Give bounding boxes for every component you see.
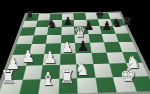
piece-white-p-b2[interactable]: ♟ <box>21 49 35 65</box>
piece-white-k-g1[interactable]: ♚ <box>120 66 136 84</box>
piece-white-n-e2[interactable]: ♞ <box>74 61 89 78</box>
square-h5[interactable] <box>115 33 132 42</box>
piece-black-r-a8[interactable]: ♜ <box>26 11 35 21</box>
piece-white-r-a1[interactable]: ♜ <box>0 68 16 86</box>
piece-black-n-h6[interactable]: ♞ <box>112 17 123 29</box>
piece-black-p-e4[interactable]: ♟ <box>77 39 90 53</box>
piece-white-q-e5[interactable]: ♛ <box>74 25 87 39</box>
piece-black-p-d7[interactable]: ♟ <box>63 16 73 27</box>
piece-white-p-d4[interactable]: ♟ <box>61 40 74 54</box>
piece-black-n-c6[interactable]: ♞ <box>47 18 58 30</box>
square-h4[interactable] <box>118 42 137 52</box>
square-c5[interactable] <box>46 35 61 44</box>
piece-black-q-h7[interactable]: ♛ <box>122 16 132 27</box>
piece-white-r-d1[interactable]: ♜ <box>59 68 75 86</box>
square-e1[interactable] <box>77 77 97 93</box>
square-b1[interactable] <box>18 79 40 94</box>
board-scene: ♜♚♟♛♞♟♟♞♟♛♟♟♟♟♞♞♜♝♜♚ <box>0 0 150 94</box>
square-b5[interactable] <box>31 35 47 44</box>
piece-white-b-c1[interactable]: ♝ <box>40 70 56 88</box>
piece-white-p-c2[interactable]: ♟ <box>43 50 57 66</box>
chess-app-window: ♜♚♟♛♞♟♟♞♟♛♟♟♟♟♞♞♜♝♜♚ <box>0 0 150 94</box>
